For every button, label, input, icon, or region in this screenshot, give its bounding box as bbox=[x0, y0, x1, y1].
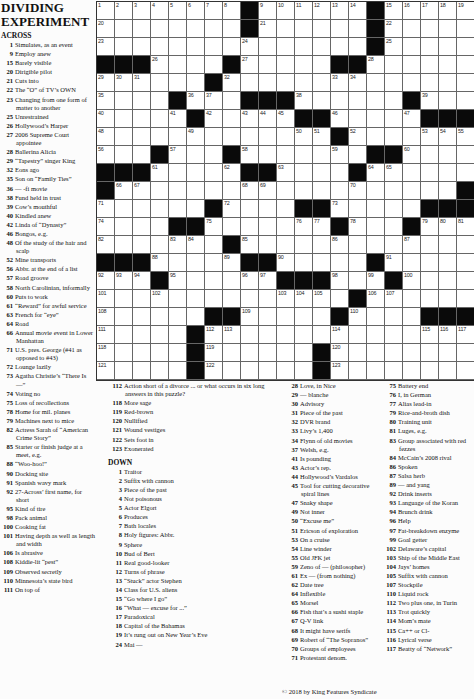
grid-cell-r15c4[interactable]: 88 bbox=[151, 254, 169, 272]
grid-cell-r6c12[interactable]: 38 bbox=[295, 92, 313, 110]
grid-cell-r12c14[interactable]: 73 bbox=[331, 200, 349, 218]
grid-cell-r10c16[interactable]: 64 bbox=[367, 164, 385, 182]
grid-cell-r15c21[interactable] bbox=[457, 254, 474, 272]
grid-cell-r4c6[interactable] bbox=[187, 56, 205, 74]
grid-cell-r16c3[interactable]: 94 bbox=[133, 272, 151, 290]
grid-cell-r7c4[interactable] bbox=[151, 110, 169, 128]
grid-cell-r8c21[interactable]: 55 bbox=[457, 128, 474, 146]
grid-cell-r7c1[interactable]: 40 bbox=[97, 110, 115, 128]
grid-cell-r19c19[interactable]: 115 bbox=[421, 326, 439, 344]
grid-cell-r18c11[interactable] bbox=[277, 308, 295, 326]
grid-cell-r3c1[interactable]: 23 bbox=[97, 38, 115, 56]
grid-cell-r2c8[interactable] bbox=[223, 20, 241, 38]
grid-cell-r1c15[interactable]: 14 bbox=[349, 2, 367, 20]
grid-cell-r10c20[interactable] bbox=[439, 164, 457, 182]
grid-cell-r8c13[interactable]: 51 bbox=[313, 128, 331, 146]
grid-cell-r9c20[interactable] bbox=[439, 146, 457, 164]
grid-cell-r9c5[interactable]: 57 bbox=[169, 146, 187, 164]
grid-cell-r16c7[interactable] bbox=[205, 272, 223, 290]
grid-cell-r2c14[interactable] bbox=[331, 20, 349, 38]
grid-cell-r6c16[interactable] bbox=[367, 92, 385, 110]
grid-cell-r12c6[interactable] bbox=[187, 200, 205, 218]
grid-cell-r19c21[interactable]: 117 bbox=[457, 326, 474, 344]
grid-cell-r13c15[interactable]: 78 bbox=[349, 218, 367, 236]
grid-cell-r13c11[interactable] bbox=[277, 218, 295, 236]
grid-cell-r2c20[interactable] bbox=[439, 20, 457, 38]
grid-cell-r12c2[interactable] bbox=[115, 200, 133, 218]
grid-cell-r5c2[interactable]: 30 bbox=[115, 74, 133, 92]
grid-cell-r19c11[interactable] bbox=[277, 326, 295, 344]
grid-cell-r5c21[interactable] bbox=[457, 74, 474, 92]
grid-cell-r15c17[interactable]: 91 bbox=[385, 254, 403, 272]
grid-cell-r17c11[interactable]: 103 bbox=[277, 290, 295, 308]
grid-cell-r19c9[interactable] bbox=[241, 326, 259, 344]
grid-cell-r14c5[interactable]: 83 bbox=[169, 236, 187, 254]
grid-cell-r19c4[interactable] bbox=[151, 326, 169, 344]
grid-cell-r8c3[interactable] bbox=[133, 128, 151, 146]
grid-cell-r6c4[interactable] bbox=[151, 92, 169, 110]
grid-cell-r2c15[interactable] bbox=[349, 20, 367, 38]
grid-cell-r16c15[interactable] bbox=[349, 272, 367, 290]
grid-cell-r13c4[interactable] bbox=[151, 218, 169, 236]
grid-cell-r18c6[interactable] bbox=[187, 308, 205, 326]
grid-cell-r9c10[interactable] bbox=[259, 146, 277, 164]
grid-cell-r7c16[interactable] bbox=[367, 110, 385, 128]
grid-cell-r15c11[interactable]: 90 bbox=[277, 254, 295, 272]
grid-cell-r19c12[interactable] bbox=[295, 326, 313, 344]
grid-cell-r14c10[interactable] bbox=[259, 236, 277, 254]
grid-cell-r5c8[interactable]: 32 bbox=[223, 74, 241, 92]
grid-cell-r13c21[interactable]: 81 bbox=[457, 218, 474, 236]
grid-cell-r14c18[interactable]: 87 bbox=[403, 236, 421, 254]
grid-cell-r17c16[interactable]: 106 bbox=[367, 290, 385, 308]
grid-cell-r14c17[interactable] bbox=[385, 236, 403, 254]
grid-cell-r19c13[interactable] bbox=[313, 326, 331, 344]
grid-cell-r1c8[interactable]: 8 bbox=[223, 2, 241, 20]
grid-cell-r15c7[interactable] bbox=[205, 254, 223, 272]
grid-cell-r10c13[interactable] bbox=[313, 164, 331, 182]
grid-cell-r11c18[interactable] bbox=[403, 182, 421, 200]
grid-cell-r4c10[interactable] bbox=[259, 56, 277, 74]
grid-cell-r11c5[interactable] bbox=[169, 182, 187, 200]
grid-cell-r21c2[interactable] bbox=[115, 362, 133, 380]
grid-cell-r11c3[interactable]: 67 bbox=[133, 182, 151, 200]
grid-cell-r3c4[interactable] bbox=[151, 38, 169, 56]
grid-cell-r4c13[interactable] bbox=[313, 56, 331, 74]
grid-cell-r13c13[interactable]: 77 bbox=[313, 218, 331, 236]
grid-cell-r1c10[interactable]: 9 bbox=[259, 2, 277, 20]
grid-cell-r8c12[interactable]: 50 bbox=[295, 128, 313, 146]
grid-cell-r6c1[interactable]: 35 bbox=[97, 92, 115, 110]
grid-cell-r3c3[interactable] bbox=[133, 38, 151, 56]
grid-cell-r5c5[interactable] bbox=[169, 74, 187, 92]
grid-cell-r17c6[interactable] bbox=[187, 290, 205, 308]
grid-cell-r9c2[interactable] bbox=[115, 146, 133, 164]
grid-cell-r3c17[interactable]: 25 bbox=[385, 38, 403, 56]
grid-cell-r13c9[interactable] bbox=[241, 218, 259, 236]
grid-cell-r2c12[interactable] bbox=[295, 20, 313, 38]
grid-cell-r7c11[interactable]: 45 bbox=[277, 110, 295, 128]
grid-cell-r14c15[interactable] bbox=[349, 236, 367, 254]
grid-cell-r20c5[interactable] bbox=[169, 344, 187, 362]
grid-cell-r21c16[interactable] bbox=[367, 362, 385, 380]
grid-cell-r2c11[interactable] bbox=[277, 20, 295, 38]
grid-cell-r3c19[interactable] bbox=[421, 38, 439, 56]
grid-cell-r2c5[interactable] bbox=[169, 20, 187, 38]
grid-cell-r4c7[interactable] bbox=[205, 56, 223, 74]
grid-cell-r11c15[interactable]: 70 bbox=[349, 182, 367, 200]
grid-cell-r13c2[interactable] bbox=[115, 218, 133, 236]
grid-cell-r5c17[interactable] bbox=[385, 74, 403, 92]
grid-cell-r10c21[interactable] bbox=[457, 164, 474, 182]
grid-cell-r13c1[interactable]: 74 bbox=[97, 218, 115, 236]
grid-cell-r1c6[interactable]: 6 bbox=[187, 2, 205, 20]
grid-cell-r1c3[interactable]: 3 bbox=[133, 2, 151, 20]
grid-cell-r7c15[interactable] bbox=[349, 110, 367, 128]
grid-cell-r16c5[interactable]: 95 bbox=[169, 272, 187, 290]
grid-cell-r2c10[interactable]: 21 bbox=[259, 20, 277, 38]
grid-cell-r7c7[interactable]: 42 bbox=[205, 110, 223, 128]
grid-cell-r8c19[interactable]: 53 bbox=[421, 128, 439, 146]
grid-cell-r8c9[interactable] bbox=[241, 128, 259, 146]
grid-cell-r11c8[interactable] bbox=[223, 182, 241, 200]
grid-cell-r15c19[interactable] bbox=[421, 254, 439, 272]
grid-cell-r14c16[interactable] bbox=[367, 236, 385, 254]
grid-cell-r1c11[interactable]: 10 bbox=[277, 2, 295, 20]
grid-cell-r10c6[interactable] bbox=[187, 164, 205, 182]
grid-cell-r14c4[interactable] bbox=[151, 236, 169, 254]
grid-cell-r7c14[interactable]: 46 bbox=[331, 110, 349, 128]
grid-cell-r19c10[interactable] bbox=[259, 326, 277, 344]
grid-cell-r20c15[interactable] bbox=[349, 344, 367, 362]
grid-cell-r17c8[interactable] bbox=[223, 290, 241, 308]
grid-cell-r4c18[interactable] bbox=[403, 56, 421, 74]
grid-cell-r21c20[interactable] bbox=[439, 362, 457, 380]
grid-cell-r20c9[interactable] bbox=[241, 344, 259, 362]
grid-cell-r20c14[interactable]: 120 bbox=[331, 344, 349, 362]
grid-cell-r20c16[interactable] bbox=[367, 344, 385, 362]
grid-cell-r21c4[interactable] bbox=[151, 362, 169, 380]
grid-cell-r10c17[interactable]: 65 bbox=[385, 164, 403, 182]
grid-cell-r18c15[interactable]: 110 bbox=[349, 308, 367, 326]
grid-cell-r8c10[interactable] bbox=[259, 128, 277, 146]
grid-cell-r14c11[interactable] bbox=[277, 236, 295, 254]
grid-cell-r2c3[interactable] bbox=[133, 20, 151, 38]
grid-cell-r6c13[interactable] bbox=[313, 92, 331, 110]
grid-cell-r5c13[interactable] bbox=[313, 74, 331, 92]
grid-cell-r14c7[interactable] bbox=[205, 236, 223, 254]
grid-cell-r11c7[interactable] bbox=[205, 182, 223, 200]
grid-cell-r14c9[interactable]: 85 bbox=[241, 236, 259, 254]
grid-cell-r8c4[interactable] bbox=[151, 128, 169, 146]
grid-cell-r9c13[interactable] bbox=[313, 146, 331, 164]
grid-cell-r2c18[interactable] bbox=[403, 20, 421, 38]
grid-cell-r3c5[interactable] bbox=[169, 38, 187, 56]
grid-cell-r4c11[interactable] bbox=[277, 56, 295, 74]
grid-cell-r9c11[interactable] bbox=[277, 146, 295, 164]
grid-cell-r11c13[interactable] bbox=[313, 182, 331, 200]
grid-cell-r7c10[interactable]: 44 bbox=[259, 110, 277, 128]
grid-cell-r4c17[interactable] bbox=[385, 56, 403, 74]
grid-cell-r9c3[interactable] bbox=[133, 146, 151, 164]
grid-cell-r1c1[interactable]: 1 bbox=[97, 2, 115, 20]
grid-cell-r21c17[interactable] bbox=[385, 362, 403, 380]
grid-cell-r10c4[interactable]: 61 bbox=[151, 164, 169, 182]
grid-cell-r6c20[interactable] bbox=[439, 92, 457, 110]
grid-cell-r1c2[interactable]: 2 bbox=[115, 2, 133, 20]
grid-cell-r13c19[interactable]: 79 bbox=[421, 218, 439, 236]
grid-cell-r1c17[interactable]: 15 bbox=[385, 2, 403, 20]
grid-cell-r2c19[interactable] bbox=[421, 20, 439, 38]
grid-cell-r17c12[interactable]: 104 bbox=[295, 290, 313, 308]
grid-cell-r3c8[interactable] bbox=[223, 38, 241, 56]
grid-cell-r21c8[interactable] bbox=[223, 362, 241, 380]
grid-cell-r14c6[interactable]: 84 bbox=[187, 236, 205, 254]
grid-cell-r15c13[interactable] bbox=[313, 254, 331, 272]
grid-cell-r5c6[interactable] bbox=[187, 74, 205, 92]
grid-cell-r14c20[interactable] bbox=[439, 236, 457, 254]
grid-cell-r20c1[interactable]: 118 bbox=[97, 344, 115, 362]
grid-cell-r6c7[interactable]: 37 bbox=[205, 92, 223, 110]
grid-cell-r12c8[interactable]: 72 bbox=[223, 200, 241, 218]
grid-cell-r16c8[interactable] bbox=[223, 272, 241, 290]
grid-cell-r11c14[interactable] bbox=[331, 182, 349, 200]
grid-cell-r1c21[interactable]: 19 bbox=[457, 2, 474, 20]
grid-cell-r21c1[interactable]: 121 bbox=[97, 362, 115, 380]
grid-cell-r18c2[interactable] bbox=[115, 308, 133, 326]
grid-cell-r20c10[interactable] bbox=[259, 344, 277, 362]
grid-cell-r9c12[interactable] bbox=[295, 146, 313, 164]
grid-cell-r17c5[interactable] bbox=[169, 290, 187, 308]
grid-cell-r17c2[interactable] bbox=[115, 290, 133, 308]
grid-cell-r18c9[interactable]: 109 bbox=[241, 308, 259, 326]
grid-cell-r12c16[interactable] bbox=[367, 200, 385, 218]
grid-cell-r13c17[interactable] bbox=[385, 218, 403, 236]
grid-cell-r11c11[interactable] bbox=[277, 182, 295, 200]
grid-cell-r5c20[interactable] bbox=[439, 74, 457, 92]
grid-cell-r13c12[interactable]: 76 bbox=[295, 218, 313, 236]
grid-cell-r18c5[interactable] bbox=[169, 308, 187, 326]
grid-cell-r20c7[interactable]: 119 bbox=[205, 344, 223, 362]
grid-cell-r9c6[interactable] bbox=[187, 146, 205, 164]
grid-cell-r14c19[interactable] bbox=[421, 236, 439, 254]
grid-cell-r15c20[interactable] bbox=[439, 254, 457, 272]
grid-cell-r21c14[interactable]: 123 bbox=[331, 362, 349, 380]
grid-cell-r12c1[interactable]: 71 bbox=[97, 200, 115, 218]
grid-cell-r11c17[interactable] bbox=[385, 182, 403, 200]
grid-cell-r15c14[interactable] bbox=[331, 254, 349, 272]
grid-cell-r17c10[interactable] bbox=[259, 290, 277, 308]
grid-cell-r12c4[interactable] bbox=[151, 200, 169, 218]
grid-cell-r4c20[interactable] bbox=[439, 56, 457, 74]
grid-cell-r19c5[interactable] bbox=[169, 326, 187, 344]
grid-cell-r2c4[interactable] bbox=[151, 20, 169, 38]
grid-cell-r15c5[interactable] bbox=[169, 254, 187, 272]
grid-cell-r4c4[interactable]: 26 bbox=[151, 56, 169, 74]
grid-cell-r7c9[interactable]: 43 bbox=[241, 110, 259, 128]
grid-cell-r1c13[interactable]: 12 bbox=[313, 2, 331, 20]
grid-cell-r10c11[interactable]: 63 bbox=[277, 164, 295, 182]
grid-cell-r19c7[interactable]: 112 bbox=[205, 326, 223, 344]
grid-cell-r11c4[interactable] bbox=[151, 182, 169, 200]
grid-cell-r2c1[interactable]: 20 bbox=[97, 20, 115, 38]
grid-cell-r10c8[interactable]: 62 bbox=[223, 164, 241, 182]
grid-cell-r5c18[interactable] bbox=[403, 74, 421, 92]
grid-cell-r2c7[interactable] bbox=[205, 20, 223, 38]
grid-cell-r10c14[interactable] bbox=[331, 164, 349, 182]
grid-cell-r16c19[interactable] bbox=[421, 272, 439, 290]
grid-cell-r17c1[interactable]: 101 bbox=[97, 290, 115, 308]
grid-cell-r3c7[interactable] bbox=[205, 38, 223, 56]
grid-cell-r18c12[interactable] bbox=[295, 308, 313, 326]
grid-cell-r15c15[interactable] bbox=[349, 254, 367, 272]
grid-cell-r12c10[interactable] bbox=[259, 200, 277, 218]
grid-cell-r16c6[interactable] bbox=[187, 272, 205, 290]
grid-cell-r9c19[interactable] bbox=[421, 146, 439, 164]
grid-cell-r4c16[interactable]: 28 bbox=[367, 56, 385, 74]
grid-cell-r2c13[interactable] bbox=[313, 20, 331, 38]
grid-cell-r5c9[interactable] bbox=[241, 74, 259, 92]
grid-cell-r9c14[interactable]: 59 bbox=[331, 146, 349, 164]
grid-cell-r20c3[interactable] bbox=[133, 344, 151, 362]
grid-cell-r13c20[interactable]: 80 bbox=[439, 218, 457, 236]
grid-cell-r14c2[interactable] bbox=[115, 236, 133, 254]
grid-cell-r16c1[interactable]: 92 bbox=[97, 272, 115, 290]
grid-cell-r21c5[interactable] bbox=[169, 362, 187, 380]
grid-cell-r10c5[interactable] bbox=[169, 164, 187, 182]
grid-cell-r12c9[interactable] bbox=[241, 200, 259, 218]
grid-cell-r8c7[interactable] bbox=[205, 128, 223, 146]
grid-cell-r15c18[interactable] bbox=[403, 254, 421, 272]
grid-cell-r14c14[interactable]: 86 bbox=[331, 236, 349, 254]
grid-cell-r11c16[interactable] bbox=[367, 182, 385, 200]
grid-cell-r1c12[interactable]: 11 bbox=[295, 2, 313, 20]
grid-cell-r3c12[interactable] bbox=[295, 38, 313, 56]
grid-cell-r1c5[interactable]: 5 bbox=[169, 2, 187, 20]
grid-cell-r19c14[interactable]: 114 bbox=[331, 326, 349, 344]
grid-cell-r20c21[interactable] bbox=[457, 344, 474, 362]
grid-cell-r14c1[interactable]: 82 bbox=[97, 236, 115, 254]
grid-cell-r6c8[interactable] bbox=[223, 92, 241, 110]
grid-cell-r19c20[interactable]: 116 bbox=[439, 326, 457, 344]
grid-cell-r5c4[interactable] bbox=[151, 74, 169, 92]
grid-cell-r8c6[interactable]: 49 bbox=[187, 128, 205, 146]
grid-cell-r6c2[interactable] bbox=[115, 92, 133, 110]
grid-cell-r20c8[interactable] bbox=[223, 344, 241, 362]
grid-cell-r17c18[interactable] bbox=[403, 290, 421, 308]
grid-cell-r2c21[interactable] bbox=[457, 20, 474, 38]
grid-cell-r11c9[interactable]: 68 bbox=[241, 182, 259, 200]
grid-cell-r8c20[interactable]: 54 bbox=[439, 128, 457, 146]
grid-cell-r8c8[interactable] bbox=[223, 128, 241, 146]
grid-cell-r7c3[interactable] bbox=[133, 110, 151, 128]
grid-cell-r19c18[interactable] bbox=[403, 326, 421, 344]
grid-cell-r7c18[interactable]: 47 bbox=[403, 110, 421, 128]
grid-cell-r18c3[interactable] bbox=[133, 308, 151, 326]
grid-cell-r15c6[interactable] bbox=[187, 254, 205, 272]
grid-cell-r19c1[interactable]: 111 bbox=[97, 326, 115, 344]
grid-cell-r3c9[interactable]: 24 bbox=[241, 38, 259, 56]
grid-cell-r21c19[interactable] bbox=[421, 362, 439, 380]
grid-cell-r8c1[interactable]: 48 bbox=[97, 128, 115, 146]
grid-cell-r9c21[interactable] bbox=[457, 146, 474, 164]
grid-cell-r5c3[interactable]: 31 bbox=[133, 74, 151, 92]
grid-cell-r11c10[interactable]: 69 bbox=[259, 182, 277, 200]
grid-cell-r10c19[interactable] bbox=[421, 164, 439, 182]
grid-cell-r20c17[interactable] bbox=[385, 344, 403, 362]
grid-cell-r1c18[interactable]: 16 bbox=[403, 2, 421, 20]
grid-cell-r21c12[interactable] bbox=[295, 362, 313, 380]
grid-cell-r3c11[interactable] bbox=[277, 38, 295, 56]
grid-cell-r13c8[interactable] bbox=[223, 218, 241, 236]
grid-cell-r17c4[interactable]: 102 bbox=[151, 290, 169, 308]
grid-cell-r7c2[interactable] bbox=[115, 110, 133, 128]
grid-cell-r18c17[interactable] bbox=[385, 308, 403, 326]
grid-cell-r10c7[interactable] bbox=[205, 164, 223, 182]
grid-cell-r8c16[interactable] bbox=[367, 128, 385, 146]
grid-cell-r1c19[interactable]: 17 bbox=[421, 2, 439, 20]
grid-cell-r9c15[interactable] bbox=[349, 146, 367, 164]
grid-cell-r14c13[interactable] bbox=[313, 236, 331, 254]
grid-cell-r12c15[interactable] bbox=[349, 200, 367, 218]
grid-cell-r3c2[interactable] bbox=[115, 38, 133, 56]
grid-cell-r7c8[interactable] bbox=[223, 110, 241, 128]
grid-cell-r20c18[interactable] bbox=[403, 344, 421, 362]
grid-cell-r9c1[interactable]: 56 bbox=[97, 146, 115, 164]
grid-cell-r14c3[interactable] bbox=[133, 236, 151, 254]
grid-cell-r13c16[interactable] bbox=[367, 218, 385, 236]
grid-cell-r3c6[interactable] bbox=[187, 38, 205, 56]
grid-cell-r15c12[interactable] bbox=[295, 254, 313, 272]
grid-cell-r6c3[interactable] bbox=[133, 92, 151, 110]
grid-cell-r5c12[interactable] bbox=[295, 74, 313, 92]
grid-cell-r2c17[interactable]: 22 bbox=[385, 20, 403, 38]
grid-cell-r17c9[interactable] bbox=[241, 290, 259, 308]
grid-cell-r4c9[interactable]: 27 bbox=[241, 56, 259, 74]
grid-cell-r11c12[interactable] bbox=[295, 182, 313, 200]
grid-cell-r3c14[interactable] bbox=[331, 38, 349, 56]
grid-cell-r13c10[interactable] bbox=[259, 218, 277, 236]
grid-cell-r21c11[interactable] bbox=[277, 362, 295, 380]
grid-cell-r17c19[interactable] bbox=[421, 290, 439, 308]
grid-cell-r6c17[interactable] bbox=[385, 92, 403, 110]
grid-cell-r5c11[interactable] bbox=[277, 74, 295, 92]
grid-cell-r8c17[interactable] bbox=[385, 128, 403, 146]
grid-cell-r21c18[interactable] bbox=[403, 362, 421, 380]
grid-cell-r4c5[interactable] bbox=[169, 56, 187, 74]
grid-cell-r12c17[interactable] bbox=[385, 200, 403, 218]
grid-cell-r17c13[interactable]: 105 bbox=[313, 290, 331, 308]
grid-cell-r6c6[interactable]: 36 bbox=[187, 92, 205, 110]
grid-cell-r16c21[interactable] bbox=[457, 272, 474, 290]
grid-cell-r6c14[interactable] bbox=[331, 92, 349, 110]
grid-cell-r10c18[interactable] bbox=[403, 164, 421, 182]
grid-cell-r3c18[interactable] bbox=[403, 38, 421, 56]
grid-cell-r18c1[interactable]: 108 bbox=[97, 308, 115, 326]
grid-cell-r6c19[interactable]: 39 bbox=[421, 92, 439, 110]
grid-cell-r5c10[interactable] bbox=[259, 74, 277, 92]
grid-cell-r1c14[interactable]: 13 bbox=[331, 2, 349, 20]
grid-cell-r21c9[interactable] bbox=[241, 362, 259, 380]
grid-cell-r11c2[interactable]: 66 bbox=[115, 182, 133, 200]
grid-cell-r19c8[interactable]: 113 bbox=[223, 326, 241, 344]
grid-cell-r21c10[interactable] bbox=[259, 362, 277, 380]
grid-cell-r17c17[interactable]: 107 bbox=[385, 290, 403, 308]
grid-cell-r7c17[interactable] bbox=[385, 110, 403, 128]
grid-cell-r13c7[interactable]: 75 bbox=[205, 218, 223, 236]
grid-cell-r18c16[interactable] bbox=[367, 308, 385, 326]
grid-cell-r16c18[interactable]: 100 bbox=[403, 272, 421, 290]
